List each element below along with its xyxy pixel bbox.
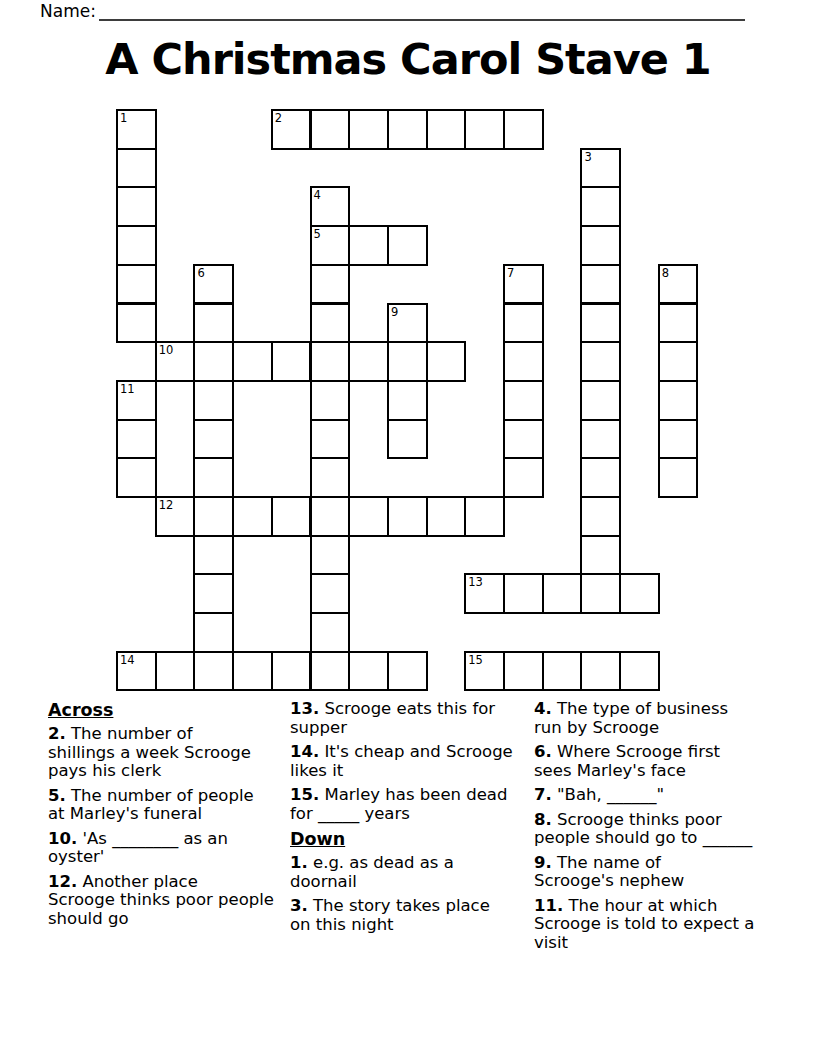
cell-r9c14[interactable]	[658, 457, 699, 498]
cell-r14c4[interactable]	[271, 651, 312, 692]
across-heading: Across	[48, 700, 288, 720]
name-blank-line[interactable]	[99, 0, 745, 21]
cell-r6c7[interactable]	[387, 341, 428, 382]
cell-number-10: 10	[159, 344, 174, 356]
clue-down-4: 4. The type of business run by Scrooge	[534, 700, 786, 737]
cell-r12c5[interactable]	[310, 573, 351, 614]
clue-across-2: 2. The number of shillings a week Scroog…	[48, 725, 288, 781]
cell-number-15: 15	[468, 654, 483, 666]
cell-r5c12[interactable]	[580, 303, 621, 344]
clue-across-15: 15. Marley has been dead for _____ years	[290, 786, 532, 823]
clue-across-14: 14. It's cheap and Scrooge likes it	[290, 743, 532, 780]
cell-number-7: 7	[507, 267, 514, 279]
cell-r10c4[interactable]	[271, 496, 312, 537]
cell-r14c1[interactable]	[155, 651, 196, 692]
cell-r11c2[interactable]	[193, 535, 234, 576]
clue-number: 10.	[48, 829, 77, 848]
cell-r12c12[interactable]	[580, 573, 621, 614]
cell-r3c0[interactable]	[116, 225, 157, 266]
cell-r14c13[interactable]	[619, 651, 660, 692]
cell-r6c2[interactable]	[193, 341, 234, 382]
clue-down-9: 9. The name of Scrooge's nephew	[534, 854, 786, 891]
cell-r0c8[interactable]	[426, 109, 467, 150]
clue-down-7: 7. "Bah, ______"	[534, 786, 786, 805]
cell-r6c5[interactable]	[310, 341, 351, 382]
clue-down-3: 3. The story takes place on this night	[290, 897, 532, 934]
cell-number-9: 9	[391, 306, 398, 318]
cell-r14c6[interactable]	[348, 651, 389, 692]
cell-r0c6[interactable]	[348, 109, 389, 150]
cell-r6c8[interactable]	[426, 341, 467, 382]
cell-r5c5[interactable]	[310, 303, 351, 344]
clue-number: 11.	[534, 896, 563, 915]
cell-r12c11[interactable]	[542, 573, 583, 614]
cell-r9c12[interactable]	[580, 457, 621, 498]
cell-r10c3[interactable]	[232, 496, 273, 537]
cell-r10c8[interactable]	[426, 496, 467, 537]
cell-r3c6[interactable]	[348, 225, 389, 266]
cell-r0c5[interactable]	[310, 109, 351, 150]
clue-number: 8.	[534, 810, 552, 829]
cell-r14c11[interactable]	[542, 651, 583, 692]
cell-r9c5[interactable]	[310, 457, 351, 498]
name-label: Name:	[40, 1, 96, 21]
cell-r14c3[interactable]	[232, 651, 273, 692]
cell-r10c9[interactable]	[464, 496, 505, 537]
crossword-board: 123456789101112131415	[116, 109, 700, 693]
cell-number-5: 5	[314, 228, 321, 240]
cell-r5c10[interactable]	[503, 303, 544, 344]
clue-number: 2.	[48, 724, 66, 743]
clue-down-1: 1. e.g. as dead as a doornail	[290, 854, 532, 891]
cell-r5c2[interactable]	[193, 303, 234, 344]
cell-number-13: 13	[468, 576, 483, 588]
cell-r8c0[interactable]	[116, 419, 157, 460]
clue-across-5: 5. The number of people at Marley's fune…	[48, 787, 288, 824]
cell-r7c12[interactable]	[580, 380, 621, 421]
cell-r14c10[interactable]	[503, 651, 544, 692]
clue-number: 3.	[290, 896, 308, 915]
cell-r7c10[interactable]	[503, 380, 544, 421]
cell-number-14: 14	[120, 654, 135, 666]
cell-r6c3[interactable]	[232, 341, 273, 382]
cell-r9c2[interactable]	[193, 457, 234, 498]
cell-r7c5[interactable]	[310, 380, 351, 421]
cell-r4c0[interactable]	[116, 264, 157, 305]
cell-r9c10[interactable]	[503, 457, 544, 498]
cell-number-12: 12	[159, 499, 174, 511]
clue-number: 12.	[48, 872, 77, 891]
cell-r10c5[interactable]	[310, 496, 351, 537]
cell-r4c12[interactable]	[580, 264, 621, 305]
cell-r7c2[interactable]	[193, 380, 234, 421]
clue-number: 1.	[290, 853, 308, 872]
cell-r14c2[interactable]	[193, 651, 234, 692]
cell-r13c5[interactable]	[310, 612, 351, 653]
clue-number: 7.	[534, 785, 552, 804]
cell-r12c2[interactable]	[193, 573, 234, 614]
cell-r6c14[interactable]	[658, 341, 699, 382]
clue-down-11: 11. The hour at which Scrooge is told to…	[534, 897, 786, 953]
cell-number-11: 11	[120, 383, 135, 395]
cell-r10c6[interactable]	[348, 496, 389, 537]
clue-number: 9.	[534, 853, 552, 872]
cell-r0c7[interactable]	[387, 109, 428, 150]
cell-r8c2[interactable]	[193, 419, 234, 460]
clue-number: 13.	[290, 699, 319, 718]
cell-r13c2[interactable]	[193, 612, 234, 653]
cell-number-6: 6	[197, 267, 204, 279]
clue-down-8: 8. Scrooge thinks poor people should go …	[534, 811, 786, 848]
cell-r10c12[interactable]	[580, 496, 621, 537]
clue-across-10: 10. 'As ________ as an oyster'	[48, 830, 288, 867]
clue-column-1: Across2. The number of shillings a week …	[48, 700, 288, 934]
cell-r2c12[interactable]	[580, 186, 621, 227]
cell-r4c5[interactable]	[310, 264, 351, 305]
cell-r1c0[interactable]	[116, 148, 157, 189]
cell-r8c10[interactable]	[503, 419, 544, 460]
cell-r3c7[interactable]	[387, 225, 428, 266]
clue-across-12: 12. Another place Scrooge thinks poor pe…	[48, 873, 288, 929]
cell-number-2: 2	[275, 112, 282, 124]
cell-number-8: 8	[662, 267, 669, 279]
cell-r6c12[interactable]	[580, 341, 621, 382]
worksheet-page: Name: A Christmas Carol Stave 1 12345678…	[0, 0, 816, 1056]
cell-r11c5[interactable]	[310, 535, 351, 576]
cell-r5c14[interactable]	[658, 303, 699, 344]
cell-r9c0[interactable]	[116, 457, 157, 498]
cell-r0c9[interactable]	[464, 109, 505, 150]
cell-r6c4[interactable]	[271, 341, 312, 382]
clue-column-3: 4. The type of business run by Scrooge6.…	[534, 700, 786, 958]
cell-r14c5[interactable]	[310, 651, 351, 692]
clue-down-6: 6. Where Scrooge first sees Marley's fac…	[534, 743, 786, 780]
clue-across-13: 13. Scrooge eats this for supper	[290, 700, 532, 737]
cell-r0c10[interactable]	[503, 109, 544, 150]
cell-r14c12[interactable]	[580, 651, 621, 692]
clue-column-2: 13. Scrooge eats this for supper14. It's…	[290, 700, 532, 940]
cell-r12c10[interactable]	[503, 573, 544, 614]
cell-r10c7[interactable]	[387, 496, 428, 537]
cell-number-4: 4	[314, 189, 321, 201]
clue-number: 6.	[534, 742, 552, 761]
cell-r6c10[interactable]	[503, 341, 544, 382]
clue-number: 15.	[290, 785, 319, 804]
cell-r11c12[interactable]	[580, 535, 621, 576]
clue-number: 5.	[48, 786, 66, 805]
cell-r6c6[interactable]	[348, 341, 389, 382]
page-title: A Christmas Carol Stave 1	[0, 34, 816, 84]
clue-number: 4.	[534, 699, 552, 718]
cell-r5c0[interactable]	[116, 303, 157, 344]
cell-r8c14[interactable]	[658, 419, 699, 460]
cell-r8c5[interactable]	[310, 419, 351, 460]
cell-r10c2[interactable]	[193, 496, 234, 537]
cell-r8c12[interactable]	[580, 419, 621, 460]
cell-r8c7[interactable]	[387, 419, 428, 460]
cell-r7c14[interactable]	[658, 380, 699, 421]
clue-number: 14.	[290, 742, 319, 761]
cell-number-1: 1	[120, 112, 127, 124]
cell-r3c12[interactable]	[580, 225, 621, 266]
cell-r12c13[interactable]	[619, 573, 660, 614]
cell-r2c0[interactable]	[116, 186, 157, 227]
down-heading: Down	[290, 829, 532, 849]
cell-number-3: 3	[584, 151, 591, 163]
cell-r7c7[interactable]	[387, 380, 428, 421]
cell-r14c7[interactable]	[387, 651, 428, 692]
